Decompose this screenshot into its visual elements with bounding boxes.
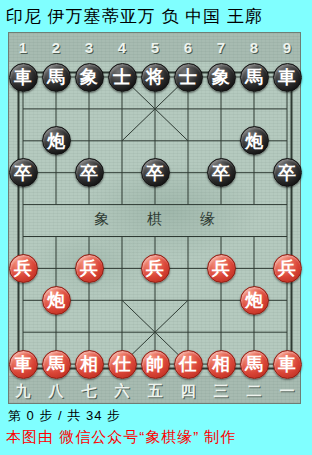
black-cannon-piece[interactable]: 炮	[42, 126, 71, 155]
file-label-bottom-2: 八	[40, 379, 73, 403]
black-chariot-piece[interactable]: 車	[273, 63, 302, 92]
file-label-bottom-7: 三	[205, 379, 238, 403]
board-point-f5r0: 士	[172, 61, 205, 93]
file-label-bottom-1: 九	[7, 379, 40, 403]
board-point-f8r9: 車	[271, 348, 304, 380]
xiangqi-board: 123456789 象棋缘 車馬象士将士象馬車炮炮卒卒卒卒卒兵兵兵兵兵炮炮車馬相…	[8, 32, 301, 404]
file-label-top-7: 7	[205, 35, 238, 59]
board-point-f1r0: 馬	[40, 61, 73, 93]
black-horse-piece[interactable]: 馬	[240, 63, 269, 92]
black-cannon-piece[interactable]: 炮	[240, 126, 269, 155]
file-label-top-1: 1	[7, 35, 40, 59]
board-point-f3r9: 仕	[106, 348, 139, 380]
move-counter: 第 0 步 / 共 34 步	[8, 407, 121, 425]
file-label-top-2: 2	[40, 35, 73, 59]
red-soldier-piece[interactable]: 兵	[207, 254, 236, 283]
board-point-f4r9: 帥	[139, 348, 172, 380]
bottom-file-labels: 九八七六五四三二一	[7, 379, 304, 403]
file-label-bottom-9: 一	[271, 379, 304, 403]
board-point-f4r3: 卒	[139, 157, 172, 189]
board-point-f1r7: 炮	[40, 284, 73, 316]
board-point-f8r0: 車	[271, 61, 304, 93]
red-horse-piece[interactable]: 馬	[42, 350, 71, 379]
credit-text: 本图由 微信公众号“象棋缘” 制作	[6, 428, 236, 447]
red-elephant-piece[interactable]: 相	[75, 350, 104, 379]
board-point-f0r3: 卒	[7, 157, 40, 189]
file-label-bottom-5: 五	[139, 379, 172, 403]
board-point-f2r6: 兵	[73, 252, 106, 284]
black-soldier-piece[interactable]: 卒	[207, 158, 236, 187]
file-label-top-8: 8	[238, 35, 271, 59]
board-point-f4r6: 兵	[139, 252, 172, 284]
file-label-bottom-3: 七	[73, 379, 106, 403]
board-point-f7r2: 炮	[238, 125, 271, 157]
board-point-f7r0: 馬	[238, 61, 271, 93]
file-label-top-6: 6	[172, 35, 205, 59]
black-soldier-piece[interactable]: 卒	[75, 158, 104, 187]
black-soldier-piece[interactable]: 卒	[273, 158, 302, 187]
black-advisor-piece[interactable]: 士	[174, 63, 203, 92]
file-label-bottom-6: 四	[172, 379, 205, 403]
file-label-bottom-4: 六	[106, 379, 139, 403]
black-advisor-piece[interactable]: 士	[108, 63, 137, 92]
black-soldier-piece[interactable]: 卒	[141, 158, 170, 187]
red-advisor-piece[interactable]: 仕	[174, 350, 203, 379]
board-point-f2r9: 相	[73, 348, 106, 380]
board-point-f6r6: 兵	[205, 252, 238, 284]
xiangqi-viewer: 印尼 伊万塞蒂亚万 负 中国 王廓	[0, 0, 312, 455]
file-label-top-4: 4	[106, 35, 139, 59]
red-elephant-piece[interactable]: 相	[207, 350, 236, 379]
red-soldier-piece[interactable]: 兵	[75, 254, 104, 283]
match-title: 印尼 伊万塞蒂亚万 负 中国 王廓	[6, 7, 308, 27]
piece-layer: 車馬象士将士象馬車炮炮卒卒卒卒卒兵兵兵兵兵炮炮車馬相仕帥仕相馬車	[7, 61, 304, 380]
board-point-f0r6: 兵	[7, 252, 40, 284]
black-general-piece[interactable]: 将	[141, 63, 170, 92]
file-label-top-9: 9	[271, 35, 304, 59]
board-point-f0r0: 車	[7, 61, 40, 93]
board-point-f1r9: 馬	[40, 348, 73, 380]
board-point-f8r3: 卒	[271, 157, 304, 189]
black-elephant-piece[interactable]: 象	[75, 63, 104, 92]
board-point-f5r9: 仕	[172, 348, 205, 380]
board-point-f6r9: 相	[205, 348, 238, 380]
black-elephant-piece[interactable]: 象	[207, 63, 236, 92]
board-point-f6r0: 象	[205, 61, 238, 93]
file-label-top-3: 3	[73, 35, 106, 59]
red-cannon-piece[interactable]: 炮	[240, 286, 269, 315]
black-chariot-piece[interactable]: 車	[9, 63, 38, 92]
board-point-f4r0: 将	[139, 61, 172, 93]
red-general-piece[interactable]: 帥	[141, 350, 170, 379]
board-point-f0r9: 車	[7, 348, 40, 380]
red-chariot-piece[interactable]: 車	[273, 350, 302, 379]
red-chariot-piece[interactable]: 車	[9, 350, 38, 379]
black-soldier-piece[interactable]: 卒	[9, 158, 38, 187]
board-point-f7r7: 炮	[238, 284, 271, 316]
top-file-labels: 123456789	[7, 35, 304, 59]
red-advisor-piece[interactable]: 仕	[108, 350, 137, 379]
file-label-top-5: 5	[139, 35, 172, 59]
board-point-f2r0: 象	[73, 61, 106, 93]
board-point-f7r9: 馬	[238, 348, 271, 380]
red-cannon-piece[interactable]: 炮	[42, 286, 71, 315]
file-label-bottom-8: 二	[238, 379, 271, 403]
board-point-f6r3: 卒	[205, 157, 238, 189]
board-point-f2r3: 卒	[73, 157, 106, 189]
black-horse-piece[interactable]: 馬	[42, 63, 71, 92]
board-point-f8r6: 兵	[271, 252, 304, 284]
board-point-f3r0: 士	[106, 61, 139, 93]
red-soldier-piece[interactable]: 兵	[141, 254, 170, 283]
red-soldier-piece[interactable]: 兵	[9, 254, 38, 283]
red-soldier-piece[interactable]: 兵	[273, 254, 302, 283]
red-horse-piece[interactable]: 馬	[240, 350, 269, 379]
board-point-f1r2: 炮	[40, 125, 73, 157]
